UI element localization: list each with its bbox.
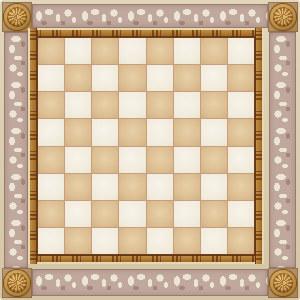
square-a3[interactable] xyxy=(38,174,64,200)
square-f7[interactable] xyxy=(174,65,200,91)
square-g7[interactable] xyxy=(201,65,227,91)
medallion-relief xyxy=(7,7,27,27)
square-a1[interactable] xyxy=(38,228,64,254)
square-e5[interactable] xyxy=(147,119,173,145)
square-b4[interactable] xyxy=(65,147,91,173)
square-g4[interactable] xyxy=(201,147,227,173)
square-c2[interactable] xyxy=(92,201,118,227)
square-c7[interactable] xyxy=(92,65,118,91)
square-a5[interactable] xyxy=(38,119,64,145)
square-c4[interactable] xyxy=(92,147,118,173)
square-g5[interactable] xyxy=(201,119,227,145)
square-d2[interactable] xyxy=(119,201,145,227)
square-f3[interactable] xyxy=(174,174,200,200)
corner-bottom-right xyxy=(268,268,298,298)
square-a6[interactable] xyxy=(38,92,64,118)
square-f5[interactable] xyxy=(174,119,200,145)
square-h5[interactable] xyxy=(228,119,254,145)
gold-frame-bottom xyxy=(28,255,264,264)
square-b1[interactable] xyxy=(65,228,91,254)
square-a8[interactable] xyxy=(38,38,64,64)
corner-top-right xyxy=(268,2,298,32)
square-b8[interactable] xyxy=(65,38,91,64)
square-h6[interactable] xyxy=(228,92,254,118)
square-c6[interactable] xyxy=(92,92,118,118)
square-c1[interactable] xyxy=(92,228,118,254)
square-a4[interactable] xyxy=(38,147,64,173)
square-e3[interactable] xyxy=(147,174,173,200)
square-d6[interactable] xyxy=(119,92,145,118)
square-f4[interactable] xyxy=(174,147,200,173)
square-h8[interactable] xyxy=(228,38,254,64)
square-d1[interactable] xyxy=(119,228,145,254)
square-c3[interactable] xyxy=(92,174,118,200)
square-h1[interactable] xyxy=(228,228,254,254)
square-d4[interactable] xyxy=(119,147,145,173)
frieze-top-relief xyxy=(32,4,268,28)
square-h7[interactable] xyxy=(228,65,254,91)
chess-board xyxy=(37,37,255,255)
frieze-left-relief xyxy=(4,32,28,268)
square-b2[interactable] xyxy=(65,201,91,227)
square-e4[interactable] xyxy=(147,147,173,173)
corner-bottom-left xyxy=(2,268,32,298)
square-c5[interactable] xyxy=(92,119,118,145)
square-g6[interactable] xyxy=(201,92,227,118)
medallion-relief xyxy=(273,7,293,27)
square-g8[interactable] xyxy=(201,38,227,64)
square-b6[interactable] xyxy=(65,92,91,118)
square-d8[interactable] xyxy=(119,38,145,64)
medallion-relief xyxy=(7,273,27,293)
square-c8[interactable] xyxy=(92,38,118,64)
square-d3[interactable] xyxy=(119,174,145,200)
square-a7[interactable] xyxy=(38,65,64,91)
frieze-bottom-relief xyxy=(32,269,268,296)
medallion-icon xyxy=(270,4,296,30)
square-e8[interactable] xyxy=(147,38,173,64)
square-g2[interactable] xyxy=(201,201,227,227)
medallion-icon xyxy=(270,270,296,296)
medallion-icon xyxy=(4,4,30,30)
medallion-relief xyxy=(273,273,293,293)
square-g1[interactable] xyxy=(201,228,227,254)
square-f6[interactable] xyxy=(174,92,200,118)
square-g3[interactable] xyxy=(201,174,227,200)
square-f1[interactable] xyxy=(174,228,200,254)
square-e1[interactable] xyxy=(147,228,173,254)
square-d7[interactable] xyxy=(119,65,145,91)
medallion-icon xyxy=(4,270,30,296)
ornate-chessboard xyxy=(0,0,300,300)
square-h3[interactable] xyxy=(228,174,254,200)
square-f8[interactable] xyxy=(174,38,200,64)
square-e7[interactable] xyxy=(147,65,173,91)
square-b5[interactable] xyxy=(65,119,91,145)
gold-frame-top xyxy=(28,28,264,37)
gold-frame-left xyxy=(28,28,37,264)
square-h4[interactable] xyxy=(228,147,254,173)
square-f2[interactable] xyxy=(174,201,200,227)
square-b7[interactable] xyxy=(65,65,91,91)
square-e2[interactable] xyxy=(147,201,173,227)
frieze-right-relief xyxy=(269,32,296,268)
square-d5[interactable] xyxy=(119,119,145,145)
gold-frame-right xyxy=(255,28,264,264)
square-a2[interactable] xyxy=(38,201,64,227)
square-b3[interactable] xyxy=(65,174,91,200)
square-e6[interactable] xyxy=(147,92,173,118)
square-h2[interactable] xyxy=(228,201,254,227)
